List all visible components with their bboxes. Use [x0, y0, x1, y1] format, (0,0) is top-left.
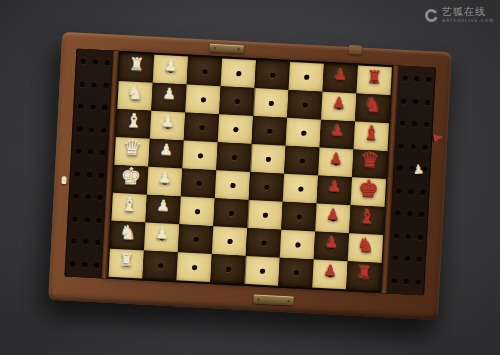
peg-hole	[295, 242, 300, 247]
tray-peg-hole	[414, 76, 419, 81]
tray-peg-hole	[426, 77, 431, 82]
red-rook: ♜	[366, 68, 382, 86]
tray-peg-hole	[104, 60, 109, 65]
brass-clasp	[349, 45, 362, 55]
square-r3-c7: ♟	[320, 120, 355, 150]
tray-peg-hole	[411, 121, 416, 126]
tray-peg-hole	[397, 166, 402, 171]
red-queen: ♛	[360, 150, 380, 172]
tray-peg-hole	[419, 212, 424, 217]
square-r4-c6	[284, 146, 319, 176]
square-r7-c3	[178, 224, 213, 254]
chess-box: ♟ ♟ ♜♟♟♜♞♟♟♞♝♟♟♝♛♟♟♛♚♟♟♚♝♟♟♝♞♟♟♞♜♟♜	[48, 32, 451, 320]
white-king: ♚	[120, 164, 142, 188]
square-r1-c5	[255, 60, 290, 90]
square-r1-c3	[187, 57, 222, 87]
square-r6-c4	[213, 198, 248, 228]
peg-hole	[270, 73, 275, 78]
square-r5-c1: ♚	[113, 165, 148, 195]
red-knight: ♞	[364, 95, 382, 115]
square-r6-c2: ♟	[145, 195, 180, 225]
peg-hole	[261, 241, 266, 246]
red-pawn: ♟	[330, 123, 344, 139]
square-r5-c2: ♟	[147, 167, 182, 197]
brass-hinge-bottom	[253, 294, 293, 305]
tray-peg-hole	[398, 143, 403, 148]
white-rook: ♜	[129, 56, 145, 74]
square-r7-c4	[212, 226, 247, 256]
white-pawn: ♟	[155, 226, 169, 242]
tray-peg-hole	[102, 105, 107, 110]
tray-peg-hole	[79, 81, 84, 86]
tray-peg-hole	[101, 128, 106, 133]
tray-peg-hole	[85, 195, 90, 200]
chessboard: ♜♟♟♜♞♟♟♞♝♟♟♝♛♟♟♛♚♟♟♚♝♟♟♝♞♟♟♞♜♟♜	[107, 52, 392, 292]
square-r4-c7: ♟	[318, 148, 353, 178]
tray-peg-hole	[392, 256, 397, 261]
peg-hole	[269, 101, 274, 106]
peg-hole	[227, 239, 232, 244]
white-pawn: ♟	[161, 114, 175, 130]
square-r2-c8: ♞	[355, 93, 390, 123]
peg-hole	[226, 267, 231, 272]
tray-peg-hole	[402, 76, 407, 81]
square-r7-c1: ♞	[110, 221, 145, 251]
tray-peg-hole	[84, 217, 89, 222]
white-pawn: ♟	[164, 58, 178, 74]
square-r8-c6	[278, 258, 313, 288]
tray-peg-hole	[92, 60, 97, 65]
white-knight: ♞	[119, 222, 137, 242]
square-r1-c7: ♟	[323, 64, 358, 94]
peg-hole	[195, 209, 200, 214]
peg-hole	[233, 127, 238, 132]
tray-peg-hole	[404, 257, 409, 262]
tray-peg-hole	[399, 121, 404, 126]
tray-peg-hole	[73, 194, 78, 199]
peg-hole	[229, 211, 234, 216]
white-queen: ♛	[122, 137, 142, 159]
peg-hole	[202, 69, 207, 74]
tray-peg-hole	[420, 190, 425, 195]
tray-peg-hole	[80, 59, 85, 64]
white-pawn: ♟	[158, 170, 172, 186]
red-pawn: ♟	[324, 235, 338, 251]
white-rook: ♜	[118, 251, 134, 269]
peg-hole	[298, 187, 303, 192]
tray-peg-hole	[423, 122, 428, 127]
tray-peg-hole	[405, 234, 410, 239]
square-r6-c8: ♝	[349, 205, 384, 235]
square-r3-c4	[218, 114, 253, 144]
tray-peg-hole	[396, 188, 401, 193]
square-r5-c5	[249, 172, 284, 202]
square-r3-c6	[286, 118, 321, 148]
screw-icon	[214, 47, 216, 49]
screw-icon	[258, 298, 260, 300]
square-r7-c7: ♟	[314, 231, 349, 261]
tray-peg-hole	[96, 218, 101, 223]
tray-peg-hole	[99, 150, 104, 155]
square-r3-c1: ♝	[116, 109, 151, 139]
square-r8-c1: ♜	[109, 249, 144, 279]
square-r5-c6	[283, 174, 318, 204]
tray-peg-hole	[83, 240, 88, 245]
tray-peg-hole	[408, 189, 413, 194]
tray-peg-hole	[86, 172, 91, 177]
tray-peg-hole	[407, 212, 412, 217]
square-r7-c8: ♞	[348, 233, 383, 263]
watermark-brand-en: ARTFOXLIVE.COM	[442, 19, 494, 24]
white-knight: ♞	[126, 82, 144, 102]
peg-hole	[158, 263, 163, 268]
square-r1-c8: ♜	[356, 65, 391, 95]
peg-hole	[236, 71, 241, 76]
tray-peg-hole	[422, 145, 427, 150]
tray-peg-hole	[424, 100, 429, 105]
peg-hole	[230, 183, 235, 188]
tray-peg-hole	[93, 263, 98, 268]
peg-hole	[267, 129, 272, 134]
peg-hole	[266, 157, 271, 162]
square-r5-c7: ♟	[317, 176, 352, 206]
red-pawn: ♟	[323, 263, 337, 279]
square-r4-c3	[182, 140, 217, 170]
square-r2-c7: ♟	[321, 92, 356, 122]
white-pawn: ♟	[156, 198, 170, 214]
red-rook: ♜	[356, 264, 372, 282]
square-r6-c3	[179, 196, 214, 226]
red-pawn: ♟	[332, 95, 346, 111]
tray-peg-hole	[89, 127, 94, 132]
square-r2-c2: ♟	[151, 83, 186, 113]
white-pawn: ♟	[162, 86, 176, 102]
screw-icon	[238, 48, 240, 50]
tray-peg-hole	[74, 172, 79, 177]
square-r3-c8: ♝	[354, 121, 389, 151]
red-knight: ♞	[357, 235, 375, 255]
photo-background: 艺狐在线 ARTFOXLIVE.COM ♟ ♟ ♜♟♟♜♞♟♟♞♝♟♟♝♛♟♟♛…	[0, 0, 500, 355]
square-r2-c4	[219, 86, 254, 116]
watermark-brand-cn: 艺狐在线	[442, 7, 494, 17]
tray-peg-hole	[416, 257, 421, 262]
peg-hole	[300, 159, 305, 164]
square-r3-c2: ♟	[150, 111, 185, 141]
square-r4-c2: ♟	[148, 139, 183, 169]
square-r2-c3	[185, 85, 220, 115]
square-r2-c5	[253, 88, 288, 118]
tray-peg-hole	[87, 150, 92, 155]
square-r1-c4	[221, 58, 256, 88]
square-r8-c4	[210, 254, 245, 284]
tray-peg-hole	[78, 104, 83, 109]
square-r3-c3	[184, 113, 219, 143]
tray-peg-hole	[403, 279, 408, 284]
watermark: 艺狐在线 ARTFOXLIVE.COM	[424, 7, 494, 24]
square-r7-c6	[280, 230, 315, 260]
square-r6-c6	[281, 202, 316, 232]
red-king: ♚	[358, 177, 380, 201]
brass-hinge-top	[209, 44, 243, 54]
tray-peg-hole	[71, 239, 76, 244]
square-r8-c7: ♟	[312, 259, 347, 289]
square-r5-c8: ♚	[351, 177, 386, 207]
tray-peg-hole	[103, 83, 108, 88]
square-r8-c8: ♜	[346, 261, 381, 291]
square-r1-c6	[289, 62, 324, 92]
square-r5-c4	[215, 170, 250, 200]
peg-hole	[301, 131, 306, 136]
tray-peg-hole	[95, 240, 100, 245]
square-r7-c2: ♟	[144, 223, 179, 253]
peg-hole	[260, 269, 265, 274]
square-r6-c5	[247, 200, 282, 230]
tray-peg-hole	[81, 262, 86, 267]
screw-icon	[287, 300, 289, 302]
tray-peg-hole	[72, 217, 77, 222]
tray-peg-hole	[70, 262, 75, 267]
red-pawn: ♟	[333, 67, 347, 83]
square-r4-c4	[216, 142, 251, 172]
red-bishop: ♝	[362, 123, 380, 143]
peg-hole	[235, 99, 240, 104]
peg-hole	[297, 215, 302, 220]
tray-peg-hole	[97, 195, 102, 200]
peg-hole	[201, 97, 206, 102]
square-r3-c5	[252, 116, 287, 146]
peg-hole	[193, 237, 198, 242]
peg-hole	[303, 103, 308, 108]
box-interior: ♜♟♟♜♞♟♟♞♝♟♟♝♛♟♟♛♚♟♟♚♝♟♟♝♞♟♟♞♜♟♜	[64, 49, 435, 296]
peg-hole	[198, 153, 203, 158]
loose-bone-peg	[61, 176, 66, 184]
peg-hole	[199, 125, 204, 130]
tray-peg-hole	[415, 280, 420, 285]
peg-hole	[294, 270, 299, 275]
square-r7-c5	[246, 228, 281, 258]
tray-peg-hole	[393, 233, 398, 238]
peg-hole	[196, 181, 201, 186]
square-r4-c5	[250, 144, 285, 174]
red-pawn: ♟	[326, 207, 340, 223]
red-bishop: ♝	[358, 207, 376, 227]
square-r8-c3	[176, 252, 211, 282]
peg-hole	[304, 75, 309, 80]
red-pawn: ♟	[327, 179, 341, 195]
square-r1-c1: ♜	[119, 53, 154, 83]
square-r1-c2: ♟	[153, 55, 188, 85]
tray-peg-hole	[391, 278, 396, 283]
square-r2-c6	[287, 90, 322, 120]
tray-peg-hole	[401, 98, 406, 103]
square-r8-c2	[142, 251, 177, 281]
artfox-logo-icon	[424, 8, 439, 23]
square-r2-c1: ♞	[117, 81, 152, 111]
tray-peg-hole	[395, 211, 400, 216]
square-r6-c1: ♝	[111, 193, 146, 223]
loose-red-pawn: ♟	[431, 132, 445, 145]
peg-hole	[264, 185, 269, 190]
square-r6-c7: ♟	[315, 204, 350, 234]
tray-peg-hole	[75, 149, 80, 154]
tray-peg-hole	[91, 82, 96, 87]
white-pawn: ♟	[159, 142, 173, 158]
square-r8-c5	[244, 256, 279, 286]
tray-peg-hole	[90, 105, 95, 110]
loose-white-pawn: ♟	[412, 162, 425, 176]
red-pawn: ♟	[329, 151, 343, 167]
white-bishop: ♝	[120, 194, 138, 214]
tray-peg-hole	[410, 144, 415, 149]
watermark-text: 艺狐在线 ARTFOXLIVE.COM	[442, 7, 494, 24]
tray-peg-hole	[417, 235, 422, 240]
tray-peg-hole	[412, 99, 417, 104]
peg-hole	[192, 265, 197, 270]
square-r5-c3	[181, 168, 216, 198]
peg-hole	[232, 155, 237, 160]
tray-peg-hole	[98, 173, 103, 178]
white-bishop: ♝	[125, 110, 143, 130]
tray-peg-hole	[77, 127, 82, 132]
peg-hole	[263, 213, 268, 218]
